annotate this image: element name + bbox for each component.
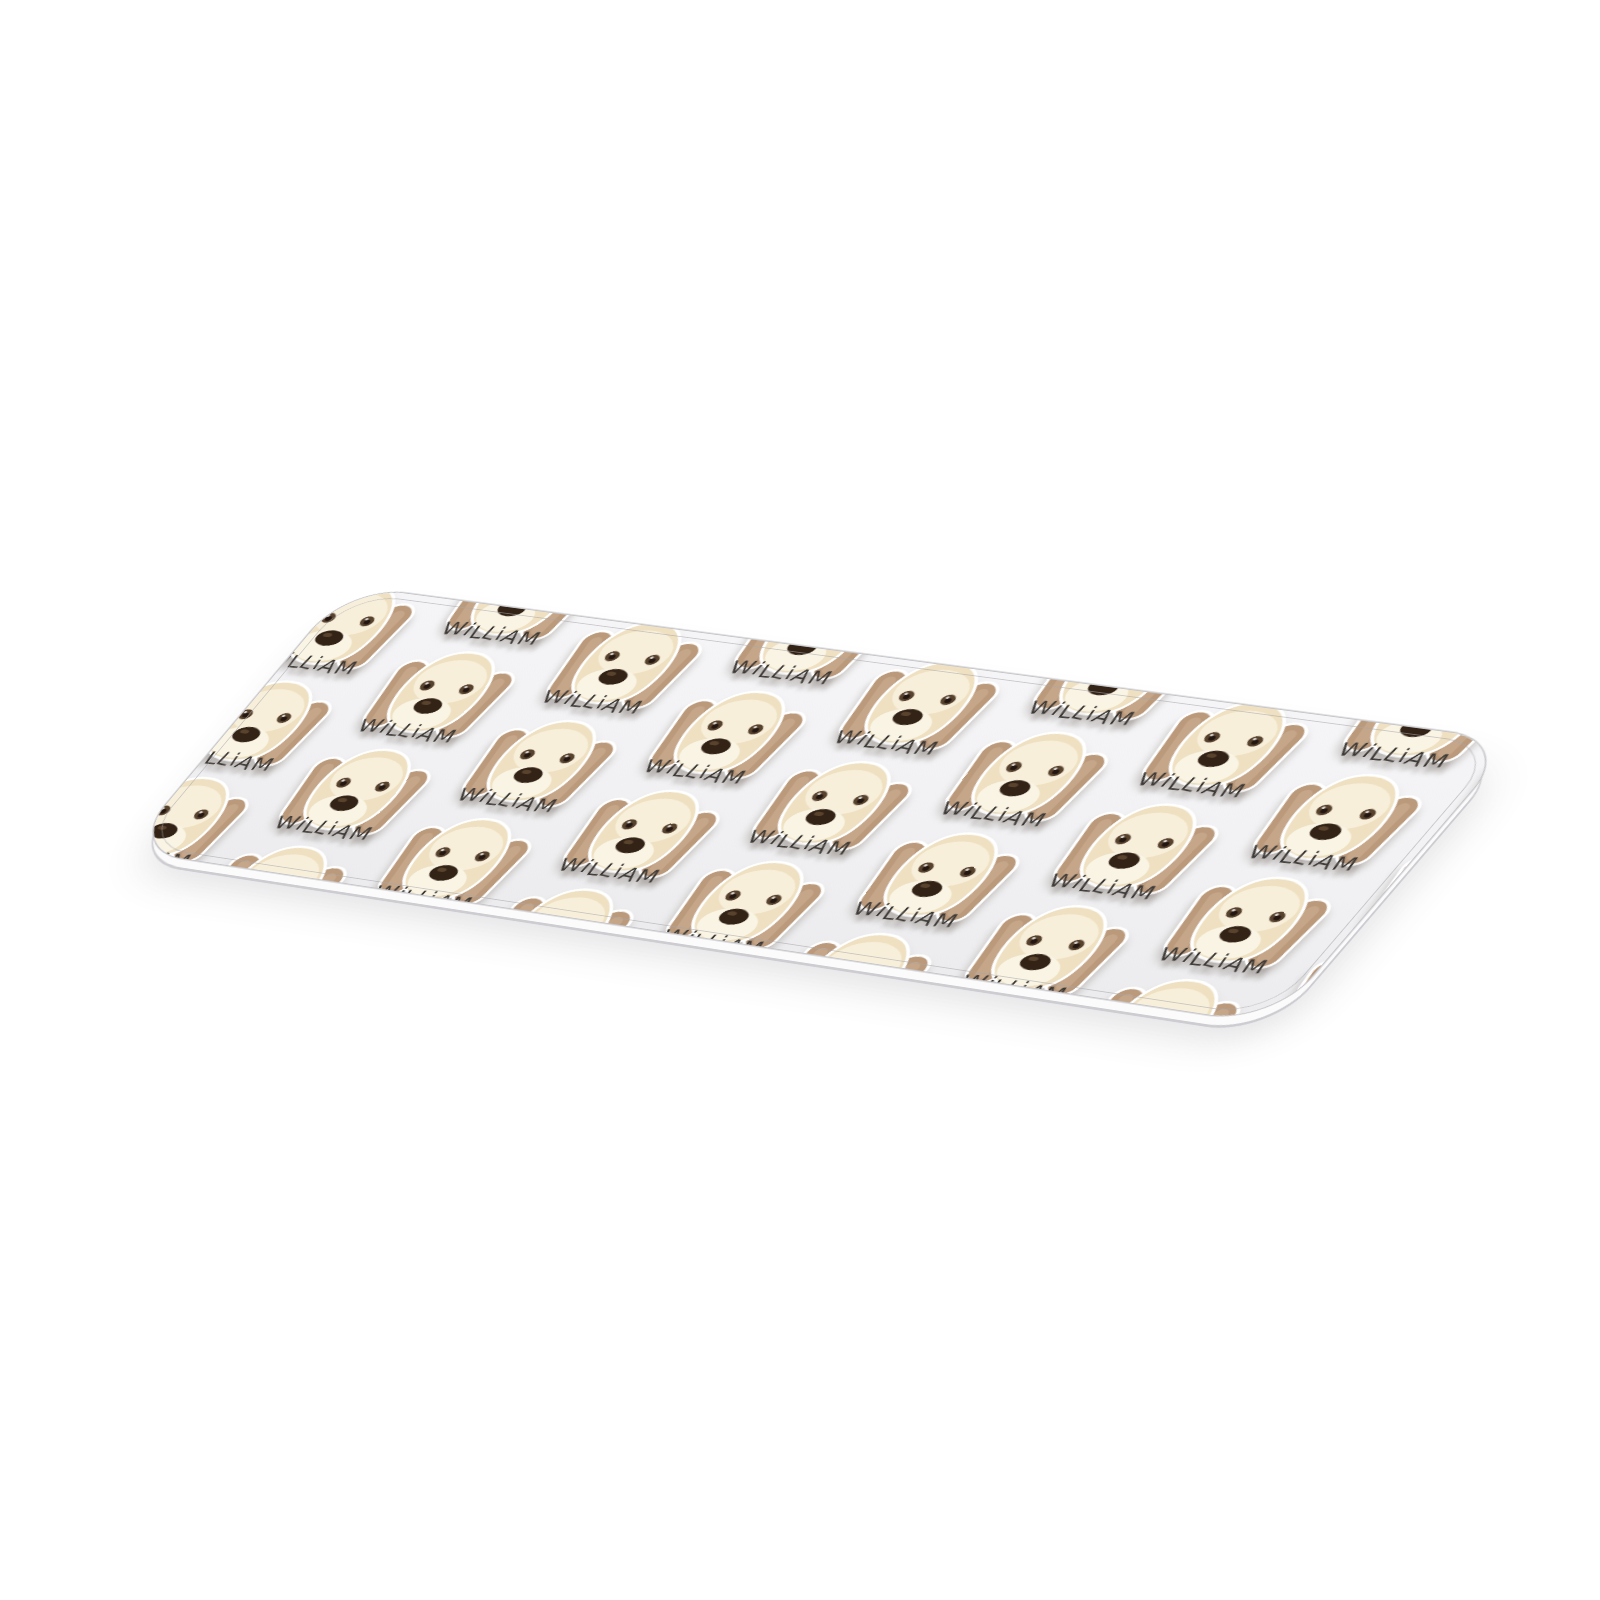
pattern-name-letter: L — [508, 958, 538, 980]
pattern-name-letter: i — [1417, 923, 1439, 944]
pattern-name-letter: A — [822, 1008, 856, 1024]
pattern-name-letter: A — [1513, 821, 1514, 845]
pattern-name-letter: L — [1387, 920, 1417, 942]
pattern-name-letter: L — [128, 681, 144, 702]
pattern-name-letter: i — [240, 916, 260, 936]
pattern-name-letter: M — [260, 920, 293, 941]
pattern-name-letter: i — [524, 960, 545, 980]
pattern-name-letter: L — [496, 957, 524, 978]
dog-face-icon — [128, 698, 178, 810]
pattern-name-text: WiLLiAM — [1355, 915, 1479, 951]
pattern-name-letter: i — [179, 586, 202, 602]
pattern-name-letter: W — [468, 953, 504, 973]
pattern-name-letter: L — [1400, 921, 1433, 944]
pattern-name-letter: i — [1379, 917, 1405, 938]
pattern-name-letter: i — [207, 911, 231, 931]
pattern-name-letter: W — [1447, 812, 1487, 833]
pattern-name-letter: L — [128, 681, 130, 701]
pattern-name-text: WiLLiAM — [1264, 1017, 1387, 1024]
pattern-name-letter: W — [1356, 916, 1396, 937]
pattern-name-letter: i — [1288, 1020, 1314, 1024]
pattern-name-letter: M — [1441, 928, 1478, 950]
pattern-name-letter: W — [187, 909, 222, 929]
pattern-name-text: WiLLiAM — [1446, 811, 1514, 846]
pattern-name-text: WiLLiAM — [186, 908, 294, 941]
pattern-name-letter: A — [147, 848, 179, 870]
pattern-name-letter: L — [225, 914, 254, 935]
pattern-name-letter: i — [818, 1005, 839, 1024]
pattern-name-letter: W — [1265, 1019, 1304, 1024]
pattern-name-letter: A — [133, 684, 164, 706]
dog-name-pattern: WiLLiAM WiLL — [128, 586, 1514, 1024]
pattern-name-letter: L — [802, 1004, 833, 1024]
pattern-name-letter: A — [215, 588, 247, 610]
pattern-name-text: WiLLiAM — [760, 997, 876, 1024]
pattern-name-letter: i — [130, 682, 150, 701]
pattern-name-letter: i — [143, 846, 163, 865]
pattern-name-letter: L — [186, 586, 212, 605]
pattern-name-letter: L — [197, 586, 226, 606]
pattern-name-letter: W — [159, 586, 194, 601]
pattern-name-text: WiLLiAM — [128, 676, 183, 708]
pattern-name-letter: L — [790, 1003, 818, 1024]
pattern-name-letter: i — [1509, 819, 1514, 840]
pattern-name-letter: L — [1478, 817, 1508, 839]
pattern-name-letter: A — [1421, 925, 1457, 949]
dog-face-icon — [128, 602, 260, 713]
pattern-name-letter: L — [214, 913, 241, 933]
placemat: WiLLiAM WiLL — [128, 586, 1514, 1024]
pattern-name-letter: A — [243, 918, 275, 940]
pattern-name-letter: i — [212, 587, 232, 606]
pattern-name-letter: M — [840, 1010, 875, 1024]
pattern-name-letter: i — [1471, 814, 1498, 835]
pattern-name-letter: i — [128, 841, 134, 861]
pattern-name-letter: i — [489, 954, 513, 974]
pattern-name-letter: L — [129, 845, 158, 866]
pattern-name-letter: L — [128, 844, 144, 864]
pattern-name-letter: M — [545, 964, 579, 985]
pattern-name-letter: M — [150, 687, 183, 707]
pattern-name-letter: W — [761, 998, 799, 1019]
pattern-name-letter: M — [232, 591, 265, 611]
pattern-name-letter: L — [1296, 1023, 1326, 1024]
pattern-name-letter: L — [1492, 817, 1514, 840]
dog-face-icon — [142, 586, 342, 617]
pattern-name-letter: i — [782, 1000, 807, 1021]
pattern-name-text: WiLLiAM — [468, 952, 580, 986]
pattern-name-letter: A — [527, 962, 560, 984]
product-photo-scene: WiLLiAM WiLL — [0, 0, 1600, 1600]
pattern-name-text: WiLLiAM — [158, 586, 265, 611]
